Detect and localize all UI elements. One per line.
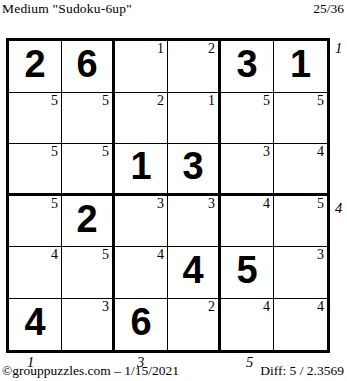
cell-r2c2[interactable]: 5	[62, 93, 115, 145]
cell-r4c2[interactable]: 2	[62, 196, 115, 248]
cell-r2c4[interactable]: 1	[168, 93, 221, 145]
pencil-mark: 4	[157, 247, 164, 263]
cell-r1c3[interactable]: 1	[115, 41, 168, 93]
cell-r3c2[interactable]: 5	[62, 144, 115, 196]
cell-r2c5[interactable]: 5	[221, 93, 274, 145]
pencil-mark: 3	[157, 196, 164, 212]
cell-r1c2[interactable]: 6	[62, 41, 115, 93]
given-digit: 4	[182, 251, 203, 289]
given-digit: 6	[130, 303, 151, 341]
cell-r6c3[interactable]: 6	[115, 299, 168, 351]
pencil-mark: 2	[208, 299, 215, 315]
cell-r5c5[interactable]: 5	[221, 247, 274, 299]
given-digit: 2	[24, 45, 45, 83]
pencil-mark: 5	[102, 247, 109, 263]
pencil-mark: 3	[102, 299, 109, 315]
pencil-mark: 3	[263, 144, 270, 160]
pencil-mark: 4	[317, 299, 324, 315]
given-digit: 6	[76, 45, 97, 83]
cell-r3c3[interactable]: 1	[115, 144, 168, 196]
difficulty-text: Diff: 5 / 2.3569	[260, 363, 344, 379]
given-digit: 2	[76, 200, 97, 238]
pencil-mark: 4	[51, 247, 58, 263]
cell-r4c1[interactable]: 5	[9, 196, 62, 248]
cell-r6c2[interactable]: 3	[62, 299, 115, 351]
pencil-mark: 4	[263, 196, 270, 212]
cell-r5c2[interactable]: 5	[62, 247, 115, 299]
copyright-text: ©grouppuzzles.com – 1/15/2021	[2, 363, 179, 379]
col-label-5: 5	[246, 355, 253, 370]
cell-r5c6[interactable]: 3	[274, 247, 327, 299]
given-digit: 3	[182, 147, 203, 185]
cell-r1c4[interactable]: 2	[168, 41, 221, 93]
cell-r3c5[interactable]: 3	[221, 144, 274, 196]
puzzle-page: Medium "Sudoku-6up" 25/36 26123155215555…	[0, 0, 347, 381]
given-digit: 4	[24, 303, 45, 341]
pencil-mark: 4	[263, 299, 270, 315]
row-label-1: 1	[335, 41, 342, 56]
pencil-mark: 5	[51, 196, 58, 212]
cell-r4c3[interactable]: 3	[115, 196, 168, 248]
cell-r2c3[interactable]: 2	[115, 93, 168, 145]
row-label-4: 4	[335, 201, 342, 216]
cell-r5c4[interactable]: 4	[168, 247, 221, 299]
given-digit: 1	[290, 45, 311, 83]
given-digit: 1	[130, 147, 151, 185]
cell-r1c1[interactable]: 2	[9, 41, 62, 93]
sudoku-board: 261231552155551334523345454453436244	[6, 38, 330, 353]
pencil-mark: 1	[157, 41, 164, 57]
pencil-mark: 2	[208, 41, 215, 57]
cell-r6c4[interactable]: 2	[168, 299, 221, 351]
cell-r6c1[interactable]: 4	[9, 299, 62, 351]
cell-r1c5[interactable]: 3	[221, 41, 274, 93]
cell-r3c4[interactable]: 3	[168, 144, 221, 196]
pencil-mark: 3	[317, 247, 324, 263]
pencil-mark: 5	[51, 93, 58, 109]
pencil-mark: 3	[208, 196, 215, 212]
pencil-mark: 5	[102, 144, 109, 160]
cell-r2c6[interactable]: 5	[274, 93, 327, 145]
cell-r5c3[interactable]: 4	[115, 247, 168, 299]
pencil-mark: 1	[208, 93, 215, 109]
cell-r4c6[interactable]: 5	[274, 196, 327, 248]
pencil-mark: 4	[317, 144, 324, 160]
cell-r3c1[interactable]: 5	[9, 144, 62, 196]
pencil-mark: 5	[51, 144, 58, 160]
cell-r6c5[interactable]: 4	[221, 299, 274, 351]
page-number: 25/36	[313, 1, 344, 17]
cell-r6c6[interactable]: 4	[274, 299, 327, 351]
puzzle-title: Medium "Sudoku-6up"	[2, 1, 132, 17]
given-digit: 3	[236, 45, 257, 83]
pencil-mark: 2	[157, 93, 164, 109]
given-digit: 5	[236, 251, 257, 289]
cell-r4c5[interactable]: 4	[221, 196, 274, 248]
cell-r5c1[interactable]: 4	[9, 247, 62, 299]
pencil-mark: 5	[263, 93, 270, 109]
pencil-mark: 5	[102, 93, 109, 109]
cell-r3c6[interactable]: 4	[274, 144, 327, 196]
pencil-mark: 5	[317, 93, 324, 109]
cell-r4c4[interactable]: 3	[168, 196, 221, 248]
cell-r2c1[interactable]: 5	[9, 93, 62, 145]
pencil-mark: 5	[317, 196, 324, 212]
cell-r1c6[interactable]: 1	[274, 41, 327, 93]
